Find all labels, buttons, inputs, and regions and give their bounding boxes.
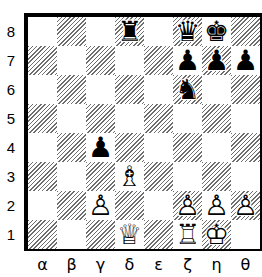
square-θ4[interactable]: [231, 133, 260, 162]
square-η3[interactable]: [202, 162, 231, 191]
file-label-γ: γ: [86, 251, 115, 277]
rank-label-4: 4: [0, 133, 22, 162]
rank-label-1: 1: [0, 220, 22, 249]
square-δ8[interactable]: ♜: [115, 17, 144, 46]
piece-black-pawn: ♟: [173, 46, 202, 75]
square-η4[interactable]: [202, 133, 231, 162]
square-ζ4[interactable]: [173, 133, 202, 162]
file-label-ε: ε: [144, 251, 173, 277]
square-ζ8[interactable]: ♛: [173, 17, 202, 46]
piece-backing: ♜: [173, 220, 202, 249]
square-θ5[interactable]: [231, 104, 260, 133]
square-δ6[interactable]: [115, 75, 144, 104]
square-β3[interactable]: [57, 162, 86, 191]
rank-label-6: 6: [0, 75, 22, 104]
piece-backing: ♟: [231, 191, 260, 220]
chess-diagram: 87654321 ♜♛♚♟♟♟♞♟♝♗♟♙♟♙♟♙♟♙♛♕♜♖♚♔ αβγδεζ…: [0, 0, 262, 277]
piece-black-king: ♚: [202, 17, 231, 46]
piece-white-pawn: ♙: [202, 191, 231, 220]
square-η5[interactable]: [202, 104, 231, 133]
square-δ1[interactable]: ♛♕: [115, 220, 144, 249]
rank-labels: 87654321: [0, 17, 22, 249]
piece-white-queen: ♕: [115, 220, 144, 249]
file-label-ζ: ζ: [173, 251, 202, 277]
square-α5[interactable]: [28, 104, 57, 133]
square-γ4[interactable]: ♟: [86, 133, 115, 162]
square-η7[interactable]: ♟: [202, 46, 231, 75]
piece-backing: ♟: [202, 191, 231, 220]
square-α2[interactable]: [28, 191, 57, 220]
square-α4[interactable]: [28, 133, 57, 162]
square-γ6[interactable]: [86, 75, 115, 104]
square-γ1[interactable]: [86, 220, 115, 249]
file-label-δ: δ: [115, 251, 144, 277]
square-θ1[interactable]: [231, 220, 260, 249]
square-θ7[interactable]: ♟: [231, 46, 260, 75]
square-θ8[interactable]: [231, 17, 260, 46]
square-α3[interactable]: [28, 162, 57, 191]
piece-backing: ♟: [173, 191, 202, 220]
square-γ3[interactable]: [86, 162, 115, 191]
square-ε7[interactable]: [144, 46, 173, 75]
piece-white-pawn: ♙: [86, 191, 115, 220]
square-γ5[interactable]: [86, 104, 115, 133]
square-η1[interactable]: ♚♔: [202, 220, 231, 249]
piece-black-knight: ♞: [173, 75, 202, 104]
piece-white-bishop: ♗: [115, 162, 144, 191]
square-α8[interactable]: [28, 17, 57, 46]
square-γ7[interactable]: [86, 46, 115, 75]
square-θ6[interactable]: [231, 75, 260, 104]
square-η6[interactable]: [202, 75, 231, 104]
square-η8[interactable]: ♚: [202, 17, 231, 46]
square-δ2[interactable]: [115, 191, 144, 220]
square-β6[interactable]: [57, 75, 86, 104]
square-δ3[interactable]: ♝♗: [115, 162, 144, 191]
square-δ5[interactable]: [115, 104, 144, 133]
square-ε6[interactable]: [144, 75, 173, 104]
square-β5[interactable]: [57, 104, 86, 133]
square-δ4[interactable]: [115, 133, 144, 162]
piece-black-pawn: ♟: [202, 46, 231, 75]
file-label-η: η: [202, 251, 231, 277]
rank-label-2: 2: [0, 191, 22, 220]
square-β8[interactable]: [57, 17, 86, 46]
square-ζ5[interactable]: [173, 104, 202, 133]
rank-label-8: 8: [0, 17, 22, 46]
piece-black-pawn: ♟: [86, 133, 115, 162]
piece-white-king: ♔: [202, 220, 231, 249]
square-α7[interactable]: [28, 46, 57, 75]
square-θ3[interactable]: [231, 162, 260, 191]
square-θ2[interactable]: ♟♙: [231, 191, 260, 220]
piece-black-rook: ♜: [115, 17, 144, 46]
square-ε4[interactable]: [144, 133, 173, 162]
square-ε8[interactable]: [144, 17, 173, 46]
piece-backing: ♛: [115, 220, 144, 249]
square-ζ7[interactable]: ♟: [173, 46, 202, 75]
file-label-β: β: [57, 251, 86, 277]
square-γ8[interactable]: [86, 17, 115, 46]
chess-board: ♜♛♚♟♟♟♞♟♝♗♟♙♟♙♟♙♟♙♛♕♜♖♚♔: [24, 13, 262, 251]
file-label-α: α: [28, 251, 57, 277]
piece-white-pawn: ♙: [173, 191, 202, 220]
square-γ2[interactable]: ♟♙: [86, 191, 115, 220]
piece-backing: ♚: [202, 220, 231, 249]
square-ε5[interactable]: [144, 104, 173, 133]
square-ζ2[interactable]: ♟♙: [173, 191, 202, 220]
rank-label-3: 3: [0, 162, 22, 191]
piece-backing: ♟: [86, 191, 115, 220]
piece-black-pawn: ♟: [231, 46, 260, 75]
rank-label-5: 5: [0, 104, 22, 133]
square-α6[interactable]: [28, 75, 57, 104]
square-ε2[interactable]: [144, 191, 173, 220]
piece-white-rook: ♖: [173, 220, 202, 249]
square-ε1[interactable]: [144, 220, 173, 249]
square-β1[interactable]: [57, 220, 86, 249]
piece-white-pawn: ♙: [231, 191, 260, 220]
square-β2[interactable]: [57, 191, 86, 220]
rank-label-7: 7: [0, 46, 22, 75]
file-label-θ: θ: [231, 251, 260, 277]
square-β4[interactable]: [57, 133, 86, 162]
square-ζ6[interactable]: ♞: [173, 75, 202, 104]
square-β7[interactable]: [57, 46, 86, 75]
square-η2[interactable]: ♟♙: [202, 191, 231, 220]
square-δ7[interactable]: [115, 46, 144, 75]
piece-backing: ♝: [115, 162, 144, 191]
piece-black-queen: ♛: [173, 17, 202, 46]
square-ζ3[interactable]: [173, 162, 202, 191]
square-ε3[interactable]: [144, 162, 173, 191]
square-ζ1[interactable]: ♜♖: [173, 220, 202, 249]
file-labels: αβγδεζηθ: [28, 251, 260, 277]
square-α1[interactable]: [28, 220, 57, 249]
